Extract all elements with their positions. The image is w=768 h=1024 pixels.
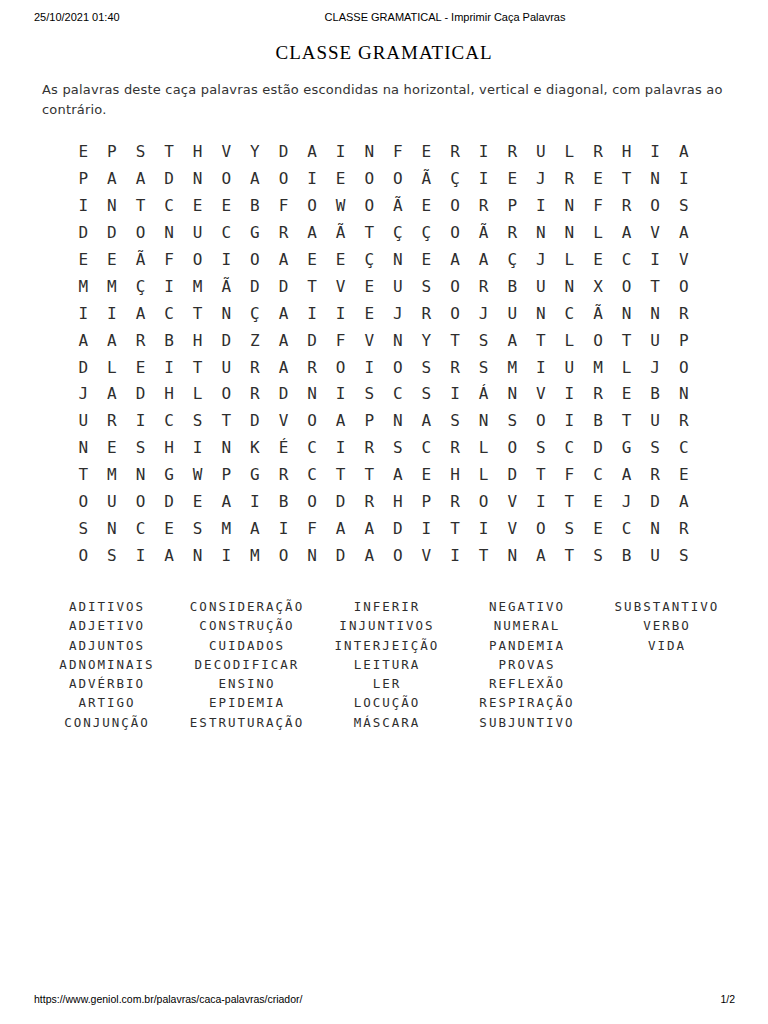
grid-cell: S: [412, 354, 441, 381]
grid-cell: J: [69, 381, 98, 408]
grid-cell: O: [498, 435, 527, 462]
grid-cell: I: [527, 489, 556, 516]
grid-cell: N: [298, 542, 327, 569]
grid-cell: U: [527, 273, 556, 300]
grid-cell: R: [669, 300, 698, 327]
grid-cell: N: [384, 247, 413, 274]
word-list-column: CONSIDERAÇÃOCONSTRUÇÃOCUIDADOSDECODIFICA…: [177, 597, 317, 732]
grid-cell: H: [183, 139, 212, 166]
grid-cell: Y: [241, 139, 270, 166]
word-list-column: ADITIVOSADJETIVOADJUNTOSADNOMINAISADVÉRB…: [37, 597, 177, 732]
grid-cell: O: [212, 166, 241, 193]
grid-cell: O: [298, 193, 327, 220]
grid-cell: R: [441, 489, 470, 516]
grid-cell: I: [441, 542, 470, 569]
grid-cell: U: [641, 327, 670, 354]
puzzle-instructions: As palavras deste caça palavras estão es…: [42, 80, 727, 120]
word-list-item: SUBSTANTIVO: [597, 597, 737, 616]
grid-cell: N: [555, 220, 584, 247]
grid-cell: Ã: [584, 300, 613, 327]
grid-cell: D: [584, 435, 613, 462]
grid-cell: A: [212, 489, 241, 516]
grid-cell: R: [241, 354, 270, 381]
grid-cell: D: [69, 354, 98, 381]
word-list-item: EPIDEMIA: [177, 693, 317, 712]
word-list-item: SUBJUNTIVO: [457, 713, 597, 732]
grid-cell: R: [269, 462, 298, 489]
grid-cell: H: [183, 327, 212, 354]
grid-cell: F: [269, 193, 298, 220]
grid-cell: R: [412, 300, 441, 327]
grid-cell: A: [98, 166, 127, 193]
grid-cell: S: [126, 435, 155, 462]
grid-cell: E: [412, 139, 441, 166]
grid-cell: E: [126, 354, 155, 381]
grid-cell: E: [412, 462, 441, 489]
grid-cell: P: [412, 489, 441, 516]
grid-cell: O: [669, 273, 698, 300]
grid-cell: I: [412, 515, 441, 542]
grid-cell: U: [69, 408, 98, 435]
grid-cell: A: [412, 408, 441, 435]
grid-cell: E: [326, 166, 355, 193]
word-list-item: CUIDADOS: [177, 636, 317, 655]
grid-cell: Ã: [384, 193, 413, 220]
word-list-item: CONSIDERAÇÃO: [177, 597, 317, 616]
grid-cell: C: [555, 300, 584, 327]
grid-cell: V: [498, 489, 527, 516]
word-list-column: SUBSTANTIVOVERBOVIDA: [597, 597, 737, 732]
grid-cell: T: [441, 327, 470, 354]
grid-cell: H: [155, 381, 184, 408]
word-list-item: CONSTRUÇÃO: [177, 616, 317, 635]
grid-cell: M: [69, 273, 98, 300]
grid-cell: O: [298, 489, 327, 516]
word-list-item: VIDA: [597, 636, 737, 655]
grid-cell: F: [384, 139, 413, 166]
grid-cell: V: [355, 327, 384, 354]
grid-cell: I: [469, 139, 498, 166]
print-url: https://www.geniol.com.br/palavras/caca-…: [34, 993, 302, 1005]
grid-cell: O: [584, 327, 613, 354]
grid-cell: A: [669, 220, 698, 247]
grid-cell: U: [641, 408, 670, 435]
grid-cell: A: [527, 542, 556, 569]
grid-cell: E: [98, 247, 127, 274]
grid-cell: Ã: [469, 220, 498, 247]
grid-cell: T: [326, 462, 355, 489]
page-number: 1/2: [720, 993, 735, 1005]
grid-cell: N: [384, 327, 413, 354]
grid-cell: P: [98, 139, 127, 166]
word-list-item: ADVÉRBIO: [37, 674, 177, 693]
grid-cell: P: [498, 193, 527, 220]
grid-cell: R: [669, 408, 698, 435]
grid-cell: E: [326, 247, 355, 274]
word-list-item: ADITIVOS: [37, 597, 177, 616]
grid-cell: I: [298, 166, 327, 193]
grid-cell: S: [183, 515, 212, 542]
grid-cell: D: [212, 327, 241, 354]
grid-cell: R: [584, 381, 613, 408]
grid-cell: I: [298, 300, 327, 327]
grid-cell: I: [669, 166, 698, 193]
word-list-item: ENSINO: [177, 674, 317, 693]
grid-cell: N: [384, 408, 413, 435]
grid-cell: I: [183, 435, 212, 462]
grid-cell: R: [469, 273, 498, 300]
grid-cell: B: [641, 381, 670, 408]
grid-cell: O: [612, 273, 641, 300]
grid-cell: S: [384, 435, 413, 462]
grid-cell: O: [269, 166, 298, 193]
grid-cell: Ç: [384, 220, 413, 247]
grid-cell: R: [126, 327, 155, 354]
grid-cell: B: [612, 542, 641, 569]
grid-cell: A: [241, 166, 270, 193]
grid-cell: O: [298, 408, 327, 435]
grid-cell: I: [527, 193, 556, 220]
word-list-item: NEGATIVO: [457, 597, 597, 616]
grid-cell: S: [669, 542, 698, 569]
grid-cell: N: [126, 462, 155, 489]
grid-cell: N: [641, 300, 670, 327]
grid-cell: W: [183, 462, 212, 489]
grid-cell: G: [155, 462, 184, 489]
grid-cell: C: [155, 193, 184, 220]
grid-cell: T: [212, 408, 241, 435]
grid-cell: N: [212, 300, 241, 327]
word-list-item: ESTRUTURAÇÃO: [177, 713, 317, 732]
grid-cell: I: [155, 354, 184, 381]
grid-cell: C: [384, 381, 413, 408]
grid-cell: V: [527, 381, 556, 408]
grid-cell: E: [669, 462, 698, 489]
grid-cell: E: [98, 435, 127, 462]
grid-cell: Ç: [355, 247, 384, 274]
grid-cell: A: [355, 515, 384, 542]
grid-cell: M: [212, 515, 241, 542]
grid-cell: V: [641, 220, 670, 247]
grid-cell: P: [355, 408, 384, 435]
grid-cell: E: [584, 489, 613, 516]
grid-cell: N: [355, 139, 384, 166]
grid-cell: S: [355, 381, 384, 408]
grid-cell: O: [241, 247, 270, 274]
grid-cell: E: [355, 300, 384, 327]
grid-cell: J: [612, 489, 641, 516]
grid-cell: D: [326, 542, 355, 569]
grid-cell: B: [269, 489, 298, 516]
grid-cell: V: [498, 515, 527, 542]
grid-cell: E: [212, 193, 241, 220]
grid-cell: I: [641, 247, 670, 274]
grid-cell: F: [555, 462, 584, 489]
word-list-item: INTERJEIÇÃO: [317, 636, 457, 655]
grid-cell: I: [326, 435, 355, 462]
grid-cell: N: [212, 435, 241, 462]
grid-cell: A: [326, 515, 355, 542]
grid-cell: Ç: [241, 300, 270, 327]
grid-cell: I: [98, 300, 127, 327]
grid-cell: N: [612, 300, 641, 327]
grid-cell: E: [584, 247, 613, 274]
grid-cell: O: [69, 489, 98, 516]
grid-cell: U: [183, 220, 212, 247]
grid-cell: C: [612, 247, 641, 274]
grid-cell: Ã: [326, 220, 355, 247]
grid-cell: Ç: [498, 247, 527, 274]
word-list-item: ADNOMINAIS: [37, 655, 177, 674]
print-document-title: CLASSE GRAMATICAL - Imprimir Caça Palavr…: [325, 11, 566, 23]
grid-cell: O: [384, 542, 413, 569]
grid-cell: V: [412, 542, 441, 569]
grid-cell: O: [126, 489, 155, 516]
grid-cell: R: [555, 166, 584, 193]
word-list-item: REFLEXÃO: [457, 674, 597, 693]
grid-cell: S: [555, 515, 584, 542]
grid-cell: U: [527, 139, 556, 166]
grid-cell: S: [527, 435, 556, 462]
grid-cell: D: [69, 220, 98, 247]
grid-cell: J: [527, 166, 556, 193]
grid-cell: T: [641, 273, 670, 300]
grid-cell: M: [98, 273, 127, 300]
grid-cell: N: [641, 166, 670, 193]
instructions-line-1: As palavras deste caça palavras estão es…: [42, 82, 723, 97]
puzzle-title: CLASSE GRAMATICAL: [0, 42, 768, 64]
grid-cell: A: [241, 515, 270, 542]
grid-cell: O: [441, 273, 470, 300]
grid-cell: C: [155, 300, 184, 327]
grid-cell: T: [69, 462, 98, 489]
grid-cell: C: [612, 515, 641, 542]
grid-cell: F: [584, 193, 613, 220]
grid-cell: I: [326, 139, 355, 166]
grid-cell: F: [155, 247, 184, 274]
word-list-item: NUMERAL: [457, 616, 597, 635]
grid-cell: U: [555, 354, 584, 381]
grid-cell: R: [584, 139, 613, 166]
grid-cell: S: [669, 193, 698, 220]
grid-cell: A: [612, 220, 641, 247]
word-list-item: CONJUNÇÃO: [37, 713, 177, 732]
grid-cell: N: [183, 542, 212, 569]
grid-cell: I: [555, 408, 584, 435]
grid-cell: A: [469, 247, 498, 274]
grid-cell: T: [555, 542, 584, 569]
grid-cell: M: [498, 354, 527, 381]
grid-cell: O: [441, 220, 470, 247]
grid-cell: U: [641, 542, 670, 569]
grid-cell: T: [612, 408, 641, 435]
grid-cell: A: [669, 489, 698, 516]
grid-cell: F: [326, 327, 355, 354]
grid-cell: T: [355, 220, 384, 247]
grid-cell: A: [126, 166, 155, 193]
grid-cell: A: [355, 542, 384, 569]
grid-cell: S: [498, 408, 527, 435]
grid-cell: D: [269, 273, 298, 300]
grid-cell: V: [326, 273, 355, 300]
grid-cell: U: [212, 354, 241, 381]
grid-cell: I: [641, 139, 670, 166]
grid-cell: T: [527, 462, 556, 489]
grid-cell: O: [269, 542, 298, 569]
word-list-item: DECODIFICAR: [177, 655, 317, 674]
grid-cell: T: [155, 139, 184, 166]
grid-cell: N: [155, 220, 184, 247]
grid-cell: E: [298, 247, 327, 274]
grid-cell: A: [98, 381, 127, 408]
grid-cell: C: [412, 435, 441, 462]
print-header: 25/10/2021 01:40 CLASSE GRAMATICAL - Imp…: [0, 11, 768, 27]
grid-cell: N: [641, 515, 670, 542]
grid-cell: A: [384, 462, 413, 489]
grid-cell: N: [98, 193, 127, 220]
grid-cell: I: [212, 542, 241, 569]
grid-cell: I: [326, 300, 355, 327]
grid-cell: I: [355, 354, 384, 381]
print-footer: https://www.geniol.com.br/palavras/caca-…: [0, 993, 768, 1007]
grid-cell: J: [641, 354, 670, 381]
grid-cell: O: [469, 489, 498, 516]
grid-cell: N: [469, 408, 498, 435]
grid-cell: E: [412, 247, 441, 274]
grid-cell: B: [498, 273, 527, 300]
grid-cell: Z: [241, 327, 270, 354]
word-list-item: PROVAS: [457, 655, 597, 674]
grid-cell: T: [126, 193, 155, 220]
grid-cell: A: [441, 247, 470, 274]
grid-cell: R: [98, 408, 127, 435]
grid-cell: O: [355, 166, 384, 193]
grid-cell: E: [584, 166, 613, 193]
grid-cell: E: [584, 515, 613, 542]
grid-cell: Ç: [412, 220, 441, 247]
grid-cell: H: [155, 435, 184, 462]
grid-cell: N: [298, 381, 327, 408]
grid-cell: C: [555, 435, 584, 462]
grid-cell: I: [155, 273, 184, 300]
grid-cell: L: [555, 139, 584, 166]
grid-cell: C: [584, 462, 613, 489]
grid-cell: R: [241, 381, 270, 408]
grid-cell: D: [98, 220, 127, 247]
grid-cell: V: [212, 139, 241, 166]
grid-cell: I: [555, 381, 584, 408]
grid-cell: B: [241, 193, 270, 220]
grid-cell: H: [384, 489, 413, 516]
grid-cell: T: [355, 462, 384, 489]
grid-cell: P: [669, 327, 698, 354]
grid-cell: A: [98, 327, 127, 354]
grid-cell: R: [269, 220, 298, 247]
grid-cell: T: [555, 489, 584, 516]
word-list-item: INJUNTIVOS: [317, 616, 457, 635]
grid-cell: A: [612, 462, 641, 489]
grid-cell: J: [527, 247, 556, 274]
grid-cell: J: [384, 300, 413, 327]
grid-cell: X: [584, 273, 613, 300]
word-list: ADITIVOSADJETIVOADJUNTOSADNOMINAISADVÉRB…: [37, 597, 737, 732]
grid-cell: G: [241, 462, 270, 489]
grid-cell: É: [269, 435, 298, 462]
grid-cell: A: [269, 247, 298, 274]
grid-cell: D: [498, 462, 527, 489]
grid-cell: I: [241, 489, 270, 516]
grid-cell: D: [326, 489, 355, 516]
grid-cell: R: [641, 462, 670, 489]
grid-cell: D: [641, 489, 670, 516]
grid-cell: L: [612, 354, 641, 381]
print-datetime: 25/10/2021 01:40: [34, 11, 120, 23]
grid-cell: L: [469, 462, 498, 489]
grid-cell: A: [269, 300, 298, 327]
grid-cell: I: [469, 166, 498, 193]
grid-cell: R: [498, 220, 527, 247]
grid-cell: S: [469, 327, 498, 354]
word-list-item: MÁSCARA: [317, 713, 457, 732]
grid-cell: O: [384, 354, 413, 381]
grid-cell: H: [441, 462, 470, 489]
grid-cell: O: [527, 408, 556, 435]
grid-cell: C: [155, 408, 184, 435]
grid-cell: A: [298, 220, 327, 247]
grid-cell: D: [126, 381, 155, 408]
grid-cell: Ã: [412, 166, 441, 193]
grid-cell: P: [212, 462, 241, 489]
grid-cell: I: [326, 381, 355, 408]
grid-cell: E: [69, 139, 98, 166]
word-list-column: INFERIRINJUNTIVOSINTERJEIÇÃOLEITURALERLO…: [317, 597, 457, 732]
grid-cell: I: [126, 542, 155, 569]
grid-cell: T: [298, 273, 327, 300]
grid-cell: D: [155, 166, 184, 193]
grid-cell: R: [469, 193, 498, 220]
grid-cell: A: [298, 139, 327, 166]
word-list-item: PANDEMIA: [457, 636, 597, 655]
grid-cell: C: [212, 220, 241, 247]
grid-cell: E: [69, 247, 98, 274]
grid-cell: I: [269, 515, 298, 542]
grid-cell: O: [355, 193, 384, 220]
grid-cell: P: [69, 166, 98, 193]
word-list-item: LOCUÇÃO: [317, 693, 457, 712]
word-list-item: ADJUNTOS: [37, 636, 177, 655]
grid-cell: Á: [469, 381, 498, 408]
grid-cell: S: [183, 408, 212, 435]
grid-cell: I: [69, 193, 98, 220]
word-list-column: NEGATIVONUMERALPANDEMIAPROVASREFLEXÃORES…: [457, 597, 597, 732]
grid-cell: N: [183, 166, 212, 193]
word-list-item: LER: [317, 674, 457, 693]
grid-cell: D: [241, 273, 270, 300]
grid-cell: B: [155, 327, 184, 354]
grid-cell: N: [669, 381, 698, 408]
grid-cell: E: [155, 515, 184, 542]
grid-cell: G: [241, 220, 270, 247]
grid-cell: A: [126, 300, 155, 327]
grid-cell: F: [298, 515, 327, 542]
grid-cell: E: [612, 381, 641, 408]
grid-cell: R: [498, 139, 527, 166]
grid-cell: N: [555, 273, 584, 300]
grid-cell: I: [126, 408, 155, 435]
grid-cell: D: [269, 139, 298, 166]
grid-cell: O: [641, 193, 670, 220]
grid-cell: O: [126, 220, 155, 247]
